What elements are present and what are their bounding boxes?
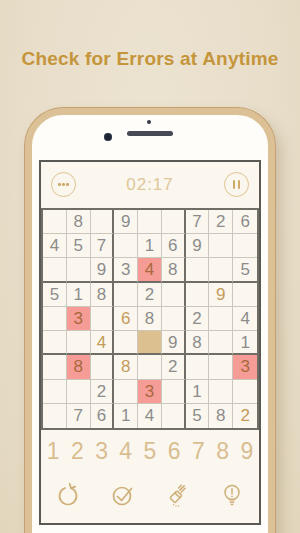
sudoku-cell-r9c1[interactable] [43, 404, 67, 428]
numpad-digit-6[interactable]: 6 [162, 438, 186, 465]
numpad-digit-1[interactable]: 1 [41, 438, 65, 465]
sudoku-cell-r5c3[interactable] [91, 307, 115, 331]
numpad-digit-9[interactable]: 9 [235, 438, 259, 465]
sudoku-cell-r2c2[interactable]: 5 [67, 234, 91, 258]
sudoku-cell-r4c4[interactable] [114, 283, 138, 307]
sudoku-cell-r1c1[interactable] [43, 210, 67, 234]
sudoku-cell-r9c5[interactable]: 4 [138, 404, 162, 428]
game-header: 02:17 [41, 162, 259, 208]
sudoku-cell-r3c9[interactable]: 5 [233, 258, 257, 282]
numpad-digit-3[interactable]: 3 [89, 438, 113, 465]
sudoku-cell-r1c3[interactable] [91, 210, 115, 234]
sudoku-cell-r2c6[interactable]: 6 [162, 234, 186, 258]
sudoku-cell-r8c8[interactable] [209, 380, 233, 404]
sudoku-cell-r2c9[interactable] [233, 234, 257, 258]
sudoku-cell-r8c7[interactable]: 1 [186, 380, 210, 404]
sudoku-cell-r8c3[interactable]: 2 [91, 380, 115, 404]
sudoku-cell-r6c3[interactable]: 4 [91, 331, 115, 355]
sudoku-cell-r1c2[interactable]: 8 [67, 210, 91, 234]
check-icon [107, 479, 139, 511]
iphone-frame: 02:17 8972645716993485518293682449818823… [25, 108, 275, 533]
sudoku-cell-r2c3[interactable]: 7 [91, 234, 115, 258]
sudoku-cell-r9c2[interactable]: 7 [67, 404, 91, 428]
sudoku-cell-r3c7[interactable] [186, 258, 210, 282]
sudoku-cell-r6c1[interactable] [43, 331, 67, 355]
sudoku-cell-r1c5[interactable] [138, 210, 162, 234]
hint-button[interactable] [205, 472, 260, 518]
sudoku-cell-r3c3[interactable]: 9 [91, 258, 115, 282]
sudoku-cell-r3c8[interactable] [209, 258, 233, 282]
sudoku-cell-r3c5[interactable]: 4 [138, 258, 162, 282]
hint-icon [216, 479, 248, 511]
sudoku-cell-r7c1[interactable] [43, 355, 67, 379]
sudoku-cell-r7c9[interactable]: 3 [233, 355, 257, 379]
sudoku-cell-r7c5[interactable] [138, 355, 162, 379]
sudoku-cell-r8c9[interactable] [233, 380, 257, 404]
sudoku-cell-r4c5[interactable]: 2 [138, 283, 162, 307]
sudoku-board: 8972645716993485518293682449818823231761… [41, 208, 259, 430]
sudoku-cell-r7c7[interactable] [186, 355, 210, 379]
sudoku-cell-r9c7[interactable]: 5 [186, 404, 210, 428]
sudoku-cell-r5c6[interactable] [162, 307, 186, 331]
sudoku-cell-r1c7[interactable]: 7 [186, 210, 210, 234]
pause-icon [233, 180, 241, 189]
sudoku-cell-r7c4[interactable]: 8 [114, 355, 138, 379]
sudoku-cell-r1c8[interactable]: 2 [209, 210, 233, 234]
sudoku-cell-r1c4[interactable]: 9 [114, 210, 138, 234]
sudoku-cell-r8c2[interactable] [67, 380, 91, 404]
sudoku-cell-r9c9[interactable]: 2 [233, 404, 257, 428]
sudoku-cell-r5c5[interactable]: 8 [138, 307, 162, 331]
proximity-sensor-dot [147, 120, 151, 124]
sudoku-cell-r2c1[interactable]: 4 [43, 234, 67, 258]
numpad-digit-2[interactable]: 2 [65, 438, 89, 465]
undo-button[interactable] [41, 472, 96, 518]
sudoku-cell-r8c4[interactable] [114, 380, 138, 404]
sudoku-cell-r1c9[interactable]: 6 [233, 210, 257, 234]
app-screen: 02:17 8972645716993485518293682449818823… [39, 160, 261, 525]
promo-title: Check for Errors at Anytime [0, 48, 300, 70]
sudoku-cell-r2c7[interactable]: 9 [186, 234, 210, 258]
sudoku-cell-r4c7[interactable] [186, 283, 210, 307]
sudoku-cell-r5c1[interactable] [43, 307, 67, 331]
numpad-digit-4[interactable]: 4 [114, 438, 138, 465]
erase-icon [161, 479, 193, 511]
sudoku-cell-r8c6[interactable] [162, 380, 186, 404]
numpad-digit-7[interactable]: 7 [186, 438, 210, 465]
sudoku-cell-r9c3[interactable]: 6 [91, 404, 115, 428]
sudoku-cell-r5c9[interactable]: 4 [233, 307, 257, 331]
sudoku-cell-r6c4[interactable] [114, 331, 138, 355]
action-bar [41, 472, 259, 518]
sudoku-cell-r4c8[interactable]: 9 [209, 283, 233, 307]
sudoku-cell-r6c6[interactable]: 9 [162, 331, 186, 355]
sudoku-cell-r6c9[interactable]: 1 [233, 331, 257, 355]
sudoku-cell-r8c5[interactable]: 3 [138, 380, 162, 404]
sudoku-cell-r1c6[interactable] [162, 210, 186, 234]
sudoku-cell-r9c4[interactable]: 1 [114, 404, 138, 428]
sudoku-cell-r5c7[interactable]: 2 [186, 307, 210, 331]
sudoku-cell-r7c2[interactable]: 8 [67, 355, 91, 379]
sudoku-cell-r9c8[interactable]: 8 [209, 404, 233, 428]
check-button[interactable] [96, 472, 151, 518]
sudoku-cell-r4c9[interactable] [233, 283, 257, 307]
numpad-digit-5[interactable]: 5 [138, 438, 162, 465]
sudoku-cell-r5c4[interactable]: 6 [114, 307, 138, 331]
number-pad: 123456789 [41, 430, 259, 472]
speaker-grille [127, 131, 173, 136]
sudoku-cell-r4c1[interactable]: 5 [43, 283, 67, 307]
sudoku-cell-r3c4[interactable]: 3 [114, 258, 138, 282]
sudoku-cell-r2c8[interactable] [209, 234, 233, 258]
sudoku-cell-r7c6[interactable]: 2 [162, 355, 186, 379]
sudoku-cell-r2c4[interactable] [114, 234, 138, 258]
sudoku-cell-r4c3[interactable]: 8 [91, 283, 115, 307]
sudoku-cell-r6c2[interactable] [67, 331, 91, 355]
sudoku-cell-r3c1[interactable] [43, 258, 67, 282]
sudoku-cell-r4c6[interactable] [162, 283, 186, 307]
front-camera-icon [104, 133, 112, 141]
sudoku-cell-r7c3[interactable] [91, 355, 115, 379]
sudoku-cell-r6c8[interactable] [209, 331, 233, 355]
undo-icon [52, 479, 84, 511]
sudoku-cell-r6c5[interactable] [138, 331, 162, 355]
sudoku-cell-r5c2[interactable]: 3 [67, 307, 91, 331]
sudoku-cell-r6c7[interactable]: 8 [186, 331, 210, 355]
sudoku-cell-r2c5[interactable]: 1 [138, 234, 162, 258]
numpad-digit-8[interactable]: 8 [211, 438, 235, 465]
sudoku-cell-r8c1[interactable] [43, 380, 67, 404]
sudoku-cell-r3c6[interactable]: 8 [162, 258, 186, 282]
sudoku-cell-r5c8[interactable] [209, 307, 233, 331]
sudoku-cell-r7c8[interactable] [209, 355, 233, 379]
pause-button[interactable] [224, 172, 249, 197]
erase-button[interactable] [150, 472, 205, 518]
sudoku-cell-r9c6[interactable] [162, 404, 186, 428]
sudoku-cell-r4c2[interactable]: 1 [67, 283, 91, 307]
sudoku-cell-r3c2[interactable] [67, 258, 91, 282]
app-store-screenshot: Check for Errors at Anytime 02:17 897264… [0, 0, 300, 533]
